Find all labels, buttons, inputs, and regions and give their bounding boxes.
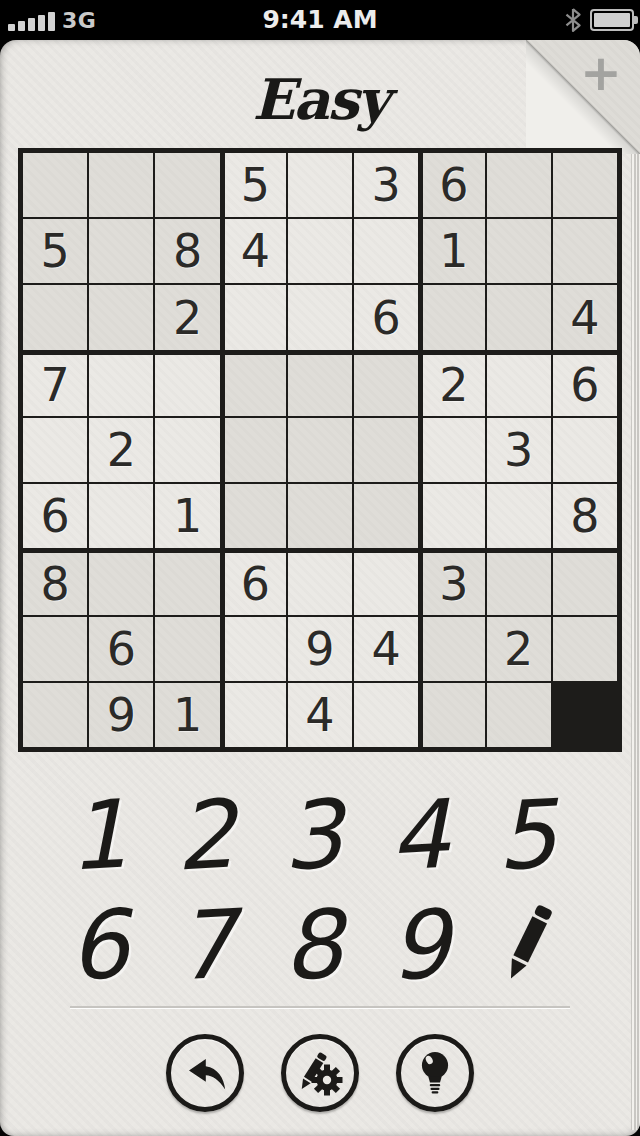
sudoku-cell[interactable] [288, 285, 352, 349]
screen: 3G 9:41 AM Easy + 5365841264726236188636… [0, 0, 640, 1136]
sudoku-cell[interactable] [89, 352, 153, 416]
sudoku-cell[interactable] [420, 418, 484, 482]
sudoku-cell[interactable] [23, 285, 87, 349]
sudoku-cell[interactable] [487, 352, 551, 416]
numpad-key-5[interactable]: 5 [470, 777, 583, 892]
sudoku-cell[interactable]: 3 [354, 153, 418, 217]
sudoku-cell[interactable] [222, 285, 286, 349]
sudoku-cell[interactable]: 4 [222, 219, 286, 283]
toolbar [0, 1034, 640, 1112]
sudoku-cell[interactable] [89, 285, 153, 349]
numpad-key-2[interactable]: 2 [149, 777, 262, 892]
sudoku-cell[interactable]: 6 [89, 617, 153, 681]
sudoku-cell[interactable]: 1 [155, 484, 219, 548]
lightbulb-icon [414, 1050, 456, 1096]
sudoku-cell[interactable]: 2 [487, 617, 551, 681]
sudoku-cell[interactable] [487, 683, 551, 747]
sudoku-cell[interactable] [222, 418, 286, 482]
sudoku-cell[interactable] [553, 418, 617, 482]
hint-button[interactable] [396, 1034, 474, 1112]
sudoku-cell[interactable]: 4 [354, 617, 418, 681]
sudoku-cell[interactable] [354, 352, 418, 416]
pencil-icon [496, 899, 558, 991]
sudoku-cell[interactable]: 8 [23, 550, 87, 614]
bluetooth-icon [565, 8, 581, 32]
sudoku-cell[interactable] [354, 484, 418, 548]
sudoku-cell[interactable]: 6 [553, 352, 617, 416]
numpad-key-9[interactable]: 9 [363, 887, 476, 1002]
sudoku-cell[interactable] [23, 418, 87, 482]
sudoku-cell[interactable] [222, 352, 286, 416]
sudoku-cell[interactable] [354, 219, 418, 283]
sudoku-cell[interactable] [222, 683, 286, 747]
sudoku-cell[interactable] [487, 153, 551, 217]
sudoku-cell[interactable] [288, 484, 352, 548]
sudoku-cell[interactable]: 7 [23, 352, 87, 416]
sudoku-cell[interactable] [23, 153, 87, 217]
sudoku-cell[interactable] [89, 550, 153, 614]
sudoku-cell[interactable] [487, 550, 551, 614]
sudoku-cell[interactable]: 6 [420, 153, 484, 217]
sudoku-cell[interactable]: 4 [553, 285, 617, 349]
sudoku-cell[interactable] [354, 418, 418, 482]
numpad-key-6[interactable]: 6 [42, 887, 155, 1002]
sudoku-cell[interactable] [288, 153, 352, 217]
numpad-key-8[interactable]: 8 [256, 887, 369, 1002]
numpad-key-7[interactable]: 7 [149, 887, 262, 1002]
pencil-settings-button[interactable] [281, 1034, 359, 1112]
sudoku-cell[interactable]: 9 [89, 683, 153, 747]
sudoku-cell[interactable] [23, 683, 87, 747]
sudoku-cell[interactable]: 2 [89, 418, 153, 482]
sudoku-cell[interactable] [89, 219, 153, 283]
sudoku-cell[interactable] [288, 219, 352, 283]
sudoku-cell[interactable]: 1 [155, 683, 219, 747]
sudoku-cell[interactable] [420, 285, 484, 349]
sudoku-cell[interactable]: 6 [354, 285, 418, 349]
undo-button[interactable] [166, 1034, 244, 1112]
sudoku-cell[interactable] [155, 153, 219, 217]
pencil-gear-icon [297, 1050, 343, 1096]
sudoku-cell[interactable] [288, 418, 352, 482]
sudoku-cell[interactable] [155, 352, 219, 416]
sudoku-cell[interactable]: 3 [420, 550, 484, 614]
page-stack-edge [631, 140, 640, 1130]
pencil-key[interactable] [473, 890, 580, 1000]
sudoku-cell[interactable]: 6 [23, 484, 87, 548]
sudoku-cell[interactable] [89, 484, 153, 548]
sudoku-cell[interactable]: 3 [487, 418, 551, 482]
sudoku-cell[interactable] [553, 550, 617, 614]
sudoku-cell[interactable] [420, 484, 484, 548]
sudoku-cell[interactable]: 6 [222, 550, 286, 614]
sudoku-cell[interactable] [553, 153, 617, 217]
sudoku-cell[interactable] [354, 683, 418, 747]
sudoku-cell[interactable] [487, 484, 551, 548]
paper-page: Easy + 5365841264726236188636942914 1234… [0, 40, 640, 1136]
sudoku-cell[interactable]: 8 [155, 219, 219, 283]
status-bar: 3G 9:41 AM [0, 0, 640, 40]
sudoku-cell[interactable] [23, 617, 87, 681]
sudoku-cell[interactable]: 8 [553, 484, 617, 548]
new-puzzle-corner[interactable]: + [526, 40, 640, 154]
battery-icon [590, 9, 634, 31]
sudoku-cell[interactable] [222, 484, 286, 548]
sudoku-cell[interactable]: 4 [288, 683, 352, 747]
sudoku-cell[interactable] [553, 617, 617, 681]
divider [70, 1006, 570, 1008]
sudoku-cell[interactable] [222, 617, 286, 681]
sudoku-cell[interactable] [155, 418, 219, 482]
sudoku-cell[interactable]: 2 [420, 352, 484, 416]
status-bar-right [565, 0, 634, 40]
sudoku-cell[interactable] [288, 352, 352, 416]
sudoku-cell[interactable] [89, 153, 153, 217]
sudoku-board: 5365841264726236188636942914 [18, 148, 622, 752]
sudoku-cell[interactable] [420, 617, 484, 681]
sudoku-cell[interactable] [487, 219, 551, 283]
numpad-key-3[interactable]: 3 [256, 777, 369, 892]
number-pad: 123456789 [45, 780, 580, 1000]
sudoku-cell[interactable] [155, 617, 219, 681]
sudoku-cell[interactable] [155, 550, 219, 614]
numpad-key-1[interactable]: 1 [42, 777, 155, 892]
clock: 9:41 AM [0, 0, 640, 40]
sudoku-cell[interactable]: 1 [420, 219, 484, 283]
numpad-key-4[interactable]: 4 [363, 777, 476, 892]
sudoku-cell[interactable]: 2 [155, 285, 219, 349]
undo-arrow-icon [181, 1052, 229, 1094]
page-curl-fold [526, 40, 640, 154]
sudoku-cell[interactable] [420, 683, 484, 747]
sudoku-cell[interactable]: 5 [23, 219, 87, 283]
sudoku-cell[interactable] [288, 550, 352, 614]
sudoku-cell[interactable] [553, 219, 617, 283]
sudoku-cell[interactable] [354, 550, 418, 614]
sudoku-cell[interactable]: 5 [222, 153, 286, 217]
sudoku-cell[interactable] [487, 285, 551, 349]
sudoku-cell[interactable]: 9 [288, 617, 352, 681]
